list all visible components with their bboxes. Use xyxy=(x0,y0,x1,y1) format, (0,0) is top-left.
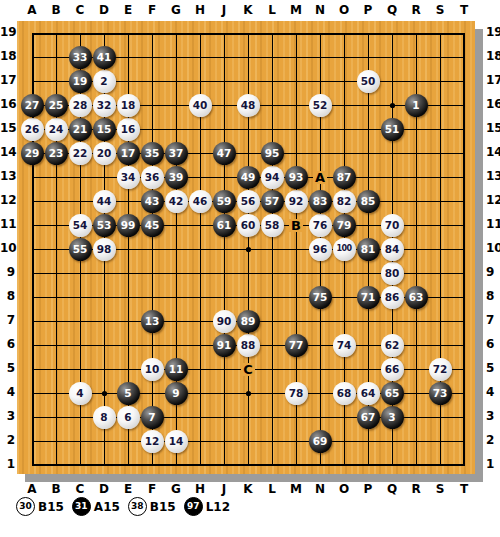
point-label-C-K5: C xyxy=(241,363,255,376)
stone-black-21-C15[interactable]: 21 xyxy=(69,118,92,141)
caption-stone-white-38: 38 xyxy=(128,497,147,516)
row-label-right-6: 6 xyxy=(486,338,500,351)
stone-black-25-B16[interactable]: 25 xyxy=(45,94,68,117)
row-label-right-3: 3 xyxy=(486,410,500,423)
row-label-right-19: 19 xyxy=(486,26,500,39)
row-label-right-17: 17 xyxy=(486,74,500,87)
stone-white-54-C11[interactable]: 54 xyxy=(69,214,92,237)
row-label-left-17: 17 xyxy=(0,74,15,87)
row-label-left-5: 5 xyxy=(0,362,15,375)
col-label-top-B: B xyxy=(44,4,68,17)
stone-black-43-F12[interactable]: 43 xyxy=(141,190,164,213)
point-label-A-N13: A xyxy=(313,171,327,184)
stone-black-71-P8[interactable]: 71 xyxy=(357,286,380,309)
caption-point-31: A15 xyxy=(94,500,120,514)
row-label-left-16: 16 xyxy=(0,98,15,111)
stone-black-79-O11[interactable]: 79 xyxy=(333,214,356,237)
stone-white-68-O4[interactable]: 68 xyxy=(333,382,356,405)
col-label-bottom-R: R xyxy=(404,483,428,496)
stone-black-27-A16[interactable]: 27 xyxy=(21,94,44,117)
stone-white-8-D3[interactable]: 8 xyxy=(93,406,116,429)
stone-white-10-F5[interactable]: 10 xyxy=(141,358,164,381)
stone-black-55-C10[interactable]: 55 xyxy=(69,238,92,261)
row-label-left-13: 13 xyxy=(0,170,15,183)
stone-black-5-E4[interactable]: 5 xyxy=(117,382,140,405)
go-board[interactable]: 1234567891011121314151617181920212223242… xyxy=(17,21,475,474)
stone-black-87-O13[interactable]: 87 xyxy=(333,166,356,189)
stone-black-29-A14[interactable]: 29 xyxy=(21,142,44,165)
stone-white-18-E16[interactable]: 18 xyxy=(117,94,140,117)
row-label-left-19: 19 xyxy=(0,26,15,39)
stone-white-36-F13[interactable]: 36 xyxy=(141,166,164,189)
row-label-right-12: 12 xyxy=(486,194,500,207)
row-label-left-7: 7 xyxy=(0,314,15,327)
row-label-right-16: 16 xyxy=(486,98,500,111)
row-label-right-13: 13 xyxy=(486,170,500,183)
row-label-right-2: 2 xyxy=(486,434,500,447)
row-label-right-14: 14 xyxy=(486,146,500,159)
stone-white-58-L11[interactable]: 58 xyxy=(261,214,284,237)
col-label-top-D: D xyxy=(92,4,116,17)
stone-black-35-F14[interactable]: 35 xyxy=(141,142,164,165)
row-label-left-10: 10 xyxy=(0,242,15,255)
stone-white-2-D17[interactable]: 2 xyxy=(93,70,116,93)
stone-black-23-B14[interactable]: 23 xyxy=(45,142,68,165)
stone-white-52-N16[interactable]: 52 xyxy=(309,94,332,117)
stone-black-51-Q15[interactable]: 51 xyxy=(381,118,404,141)
stone-black-45-F11[interactable]: 45 xyxy=(141,214,164,237)
caption-point-38: B15 xyxy=(150,500,176,514)
row-label-right-10: 10 xyxy=(486,242,500,255)
col-label-bottom-P: P xyxy=(356,483,380,496)
stone-white-66-Q5[interactable]: 66 xyxy=(381,358,404,381)
stone-black-39-G13[interactable]: 39 xyxy=(165,166,188,189)
col-label-top-T: T xyxy=(452,4,476,17)
stone-white-80-Q9[interactable]: 80 xyxy=(381,262,404,285)
caption-stone-black-97: 97 xyxy=(184,497,203,516)
stone-white-12-F2[interactable]: 12 xyxy=(141,430,164,453)
stone-white-20-D14[interactable]: 20 xyxy=(93,142,116,165)
stone-white-4-C4[interactable]: 4 xyxy=(69,382,92,405)
row-label-left-15: 15 xyxy=(0,122,15,135)
row-label-right-7: 7 xyxy=(486,314,500,327)
stone-black-57-L12[interactable]: 57 xyxy=(261,190,284,213)
col-label-bottom-O: O xyxy=(332,483,356,496)
stone-black-63-R8[interactable]: 63 xyxy=(405,286,428,309)
stone-white-64-P4[interactable]: 64 xyxy=(357,382,380,405)
stone-white-72-S5[interactable]: 72 xyxy=(429,358,452,381)
stone-black-33-C18[interactable]: 33 xyxy=(69,46,92,69)
row-label-right-11: 11 xyxy=(486,218,500,231)
go-diagram: 1234567891011121314151617181920212223242… xyxy=(0,0,500,537)
stone-black-17-E14[interactable]: 17 xyxy=(117,142,140,165)
stone-black-69-N2[interactable]: 69 xyxy=(309,430,332,453)
stone-black-37-G14[interactable]: 37 xyxy=(165,142,188,165)
stone-white-44-D12[interactable]: 44 xyxy=(93,190,116,213)
stone-black-3-Q3[interactable]: 3 xyxy=(381,406,404,429)
stone-white-82-O12[interactable]: 82 xyxy=(333,190,356,213)
stone-black-89-K7[interactable]: 89 xyxy=(237,310,260,333)
row-label-right-1: 1 xyxy=(486,458,500,471)
stone-black-53-D11[interactable]: 53 xyxy=(93,214,116,237)
col-label-bottom-K: K xyxy=(236,483,260,496)
stone-white-76-N11[interactable]: 76 xyxy=(309,214,332,237)
row-label-right-8: 8 xyxy=(486,290,500,303)
stone-black-61-J11[interactable]: 61 xyxy=(213,214,236,237)
col-label-top-C: C xyxy=(68,4,92,17)
row-label-left-2: 2 xyxy=(0,434,15,447)
caption-point-30: B15 xyxy=(38,500,64,514)
stone-white-96-N10[interactable]: 96 xyxy=(309,238,332,261)
stone-white-88-K6[interactable]: 88 xyxy=(237,334,260,357)
stone-black-95-L14[interactable]: 95 xyxy=(261,142,284,165)
stone-white-84-Q10[interactable]: 84 xyxy=(381,238,404,261)
stone-white-56-K12[interactable]: 56 xyxy=(237,190,260,213)
stone-white-48-K16[interactable]: 48 xyxy=(237,94,260,117)
col-label-top-N: N xyxy=(308,4,332,17)
stone-white-6-E3[interactable]: 6 xyxy=(117,406,140,429)
stone-white-86-Q8[interactable]: 86 xyxy=(381,286,404,309)
stone-black-91-J6[interactable]: 91 xyxy=(213,334,236,357)
stone-black-93-M13[interactable]: 93 xyxy=(285,166,308,189)
stone-black-7-F3[interactable]: 7 xyxy=(141,406,164,429)
col-label-bottom-S: S xyxy=(428,483,452,496)
row-label-right-9: 9 xyxy=(486,266,500,279)
stone-white-50-P17[interactable]: 50 xyxy=(357,70,380,93)
col-label-bottom-N: N xyxy=(308,483,332,496)
stone-white-94-L13[interactable]: 94 xyxy=(261,166,284,189)
col-label-bottom-A: A xyxy=(20,483,44,496)
row-label-left-8: 8 xyxy=(0,290,15,303)
row-label-right-18: 18 xyxy=(486,50,500,63)
stone-white-74-O6[interactable]: 74 xyxy=(333,334,356,357)
stone-black-65-Q4[interactable]: 65 xyxy=(381,382,404,405)
col-label-top-L: L xyxy=(260,4,284,17)
stone-white-60-K11[interactable]: 60 xyxy=(237,214,260,237)
stone-white-42-G12[interactable]: 42 xyxy=(165,190,188,213)
stone-white-16-E15[interactable]: 16 xyxy=(117,118,140,141)
stone-white-46-H12[interactable]: 46 xyxy=(189,190,212,213)
stone-black-41-D18[interactable]: 41 xyxy=(93,46,116,69)
stone-white-26-A15[interactable]: 26 xyxy=(21,118,44,141)
stone-white-78-M4[interactable]: 78 xyxy=(285,382,308,405)
stone-black-1-R16[interactable]: 1 xyxy=(405,94,428,117)
stone-black-49-K13[interactable]: 49 xyxy=(237,166,260,189)
stone-white-14-G2[interactable]: 14 xyxy=(165,430,188,453)
row-label-right-4: 4 xyxy=(486,386,500,399)
col-label-bottom-C: C xyxy=(68,483,92,496)
col-label-top-A: A xyxy=(20,4,44,17)
row-label-left-4: 4 xyxy=(0,386,15,399)
col-label-top-S: S xyxy=(428,4,452,17)
col-label-top-E: E xyxy=(116,4,140,17)
stone-black-15-D15[interactable]: 15 xyxy=(93,118,116,141)
board-grid[interactable]: 1234567891011121314151617181920212223242… xyxy=(20,21,476,477)
stone-black-9-G4[interactable]: 9 xyxy=(165,382,188,405)
stone-white-24-B15[interactable]: 24 xyxy=(45,118,68,141)
col-label-bottom-G: G xyxy=(164,483,188,496)
stone-black-75-N8[interactable]: 75 xyxy=(309,286,332,309)
row-label-left-3: 3 xyxy=(0,410,15,423)
stone-white-32-D16[interactable]: 32 xyxy=(93,94,116,117)
row-label-left-12: 12 xyxy=(0,194,15,207)
stone-black-99-E11[interactable]: 99 xyxy=(117,214,140,237)
row-label-left-11: 11 xyxy=(0,218,15,231)
stone-white-100-O10[interactable]: 100 xyxy=(333,238,356,261)
col-label-top-J: J xyxy=(212,4,236,17)
col-label-top-G: G xyxy=(164,4,188,17)
col-label-top-P: P xyxy=(356,4,380,17)
stone-black-19-C17[interactable]: 19 xyxy=(69,70,92,93)
stone-white-90-J7[interactable]: 90 xyxy=(213,310,236,333)
stone-white-62-Q6[interactable]: 62 xyxy=(381,334,404,357)
stone-black-77-M6[interactable]: 77 xyxy=(285,334,308,357)
caption-stone-black-31: 31 xyxy=(72,497,91,516)
stone-white-34-E13[interactable]: 34 xyxy=(117,166,140,189)
caption-stone-white-30: 30 xyxy=(16,497,35,516)
col-label-bottom-D: D xyxy=(92,483,116,496)
col-label-top-R: R xyxy=(404,4,428,17)
col-label-bottom-T: T xyxy=(452,483,476,496)
row-label-left-18: 18 xyxy=(0,50,15,63)
caption-ko-moves: 30B1531A1538B1597L12 xyxy=(16,497,235,516)
stone-white-40-H16[interactable]: 40 xyxy=(189,94,212,117)
col-label-top-M: M xyxy=(284,4,308,17)
point-label-B-M11: B xyxy=(289,219,303,232)
col-label-top-Q: Q xyxy=(380,4,404,17)
col-label-bottom-Q: Q xyxy=(380,483,404,496)
col-label-bottom-J: J xyxy=(212,483,236,496)
stone-black-67-P3[interactable]: 67 xyxy=(357,406,380,429)
caption-point-97: L12 xyxy=(206,500,230,514)
col-label-bottom-M: M xyxy=(284,483,308,496)
row-label-left-9: 9 xyxy=(0,266,15,279)
col-label-top-H: H xyxy=(188,4,212,17)
stone-black-81-P10[interactable]: 81 xyxy=(357,238,380,261)
stone-black-73-S4[interactable]: 73 xyxy=(429,382,452,405)
col-label-top-O: O xyxy=(332,4,356,17)
stone-black-83-N12[interactable]: 83 xyxy=(309,190,332,213)
row-label-right-15: 15 xyxy=(486,122,500,135)
row-label-left-1: 1 xyxy=(0,458,15,471)
stone-black-47-J14[interactable]: 47 xyxy=(213,142,236,165)
row-label-right-5: 5 xyxy=(486,362,500,375)
col-label-bottom-F: F xyxy=(140,483,164,496)
stone-black-59-J12[interactable]: 59 xyxy=(213,190,236,213)
stone-white-98-D10[interactable]: 98 xyxy=(93,238,116,261)
stone-white-70-Q11[interactable]: 70 xyxy=(381,214,404,237)
row-label-left-14: 14 xyxy=(0,146,15,159)
col-label-bottom-E: E xyxy=(116,483,140,496)
col-label-top-F: F xyxy=(140,4,164,17)
stone-black-85-P12[interactable]: 85 xyxy=(357,190,380,213)
row-label-left-6: 6 xyxy=(0,338,15,351)
stone-white-92-M12[interactable]: 92 xyxy=(285,190,308,213)
col-label-top-K: K xyxy=(236,4,260,17)
col-label-bottom-H: H xyxy=(188,483,212,496)
col-label-bottom-B: B xyxy=(44,483,68,496)
stone-black-11-G5[interactable]: 11 xyxy=(165,358,188,381)
stone-white-28-C16[interactable]: 28 xyxy=(69,94,92,117)
stone-black-13-F7[interactable]: 13 xyxy=(141,310,164,333)
stone-white-22-C14[interactable]: 22 xyxy=(69,142,92,165)
col-label-bottom-L: L xyxy=(260,483,284,496)
